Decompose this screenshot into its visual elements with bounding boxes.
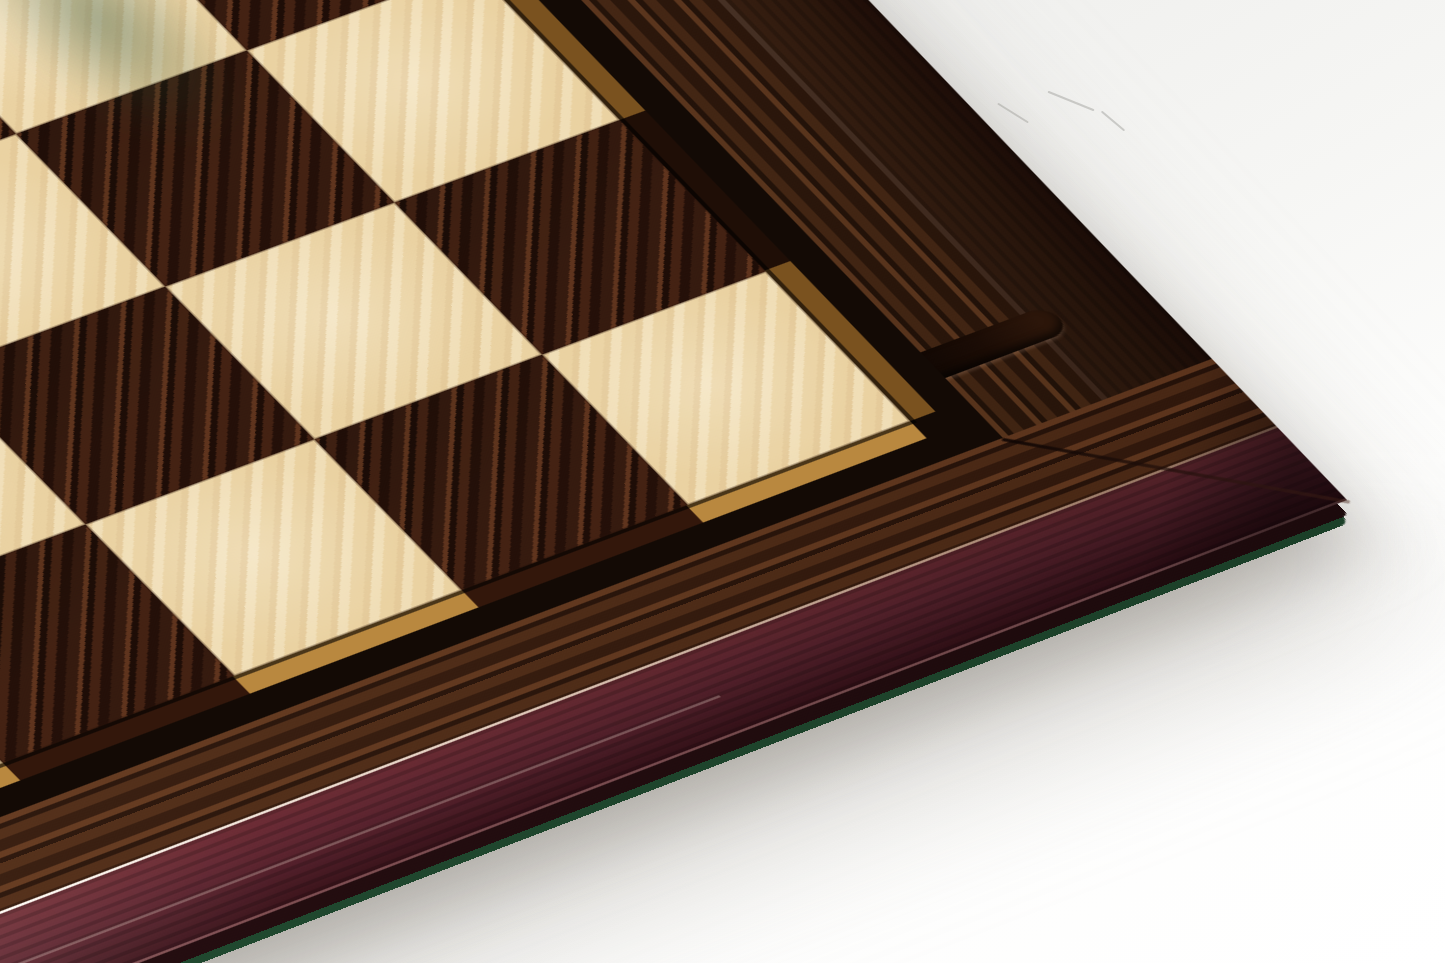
chessboard-photo-scene	[0, 0, 1445, 963]
